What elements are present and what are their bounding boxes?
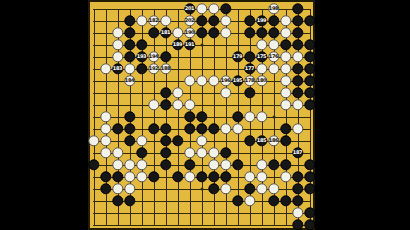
white-stone — [124, 63, 135, 74]
black-stone — [208, 171, 219, 182]
white-stone — [196, 135, 207, 146]
white-stone — [256, 159, 267, 170]
black-stone — [196, 111, 207, 122]
white-stone — [280, 171, 291, 182]
white-stone — [280, 75, 291, 86]
white-stone — [292, 99, 303, 110]
white-stone — [88, 135, 99, 146]
black-stone — [244, 87, 255, 98]
white-stone: 202 — [184, 15, 195, 26]
black-stone — [280, 159, 291, 170]
black-stone — [268, 195, 279, 206]
black-stone — [304, 219, 315, 230]
white-stone — [196, 75, 207, 86]
black-stone — [208, 123, 219, 134]
move-number-label: 183 — [113, 66, 122, 71]
white-stone — [220, 15, 231, 26]
move-number-label: 184 — [125, 78, 134, 83]
white-stone — [256, 63, 267, 74]
black-stone — [304, 15, 315, 26]
black-stone — [280, 135, 291, 146]
white-stone — [184, 75, 195, 86]
white-stone — [184, 99, 195, 110]
grid-line-horizontal — [93, 213, 310, 214]
white-stone — [220, 27, 231, 38]
grid-line-horizontal — [93, 105, 310, 106]
move-number-label: 180 — [257, 78, 266, 83]
white-stone — [184, 171, 195, 182]
black-stone — [304, 159, 315, 170]
move-number-label: 188 — [161, 66, 170, 71]
white-stone — [280, 27, 291, 38]
white-stone — [220, 183, 231, 194]
white-stone — [208, 159, 219, 170]
white-stone — [112, 39, 123, 50]
white-stone — [220, 123, 231, 134]
black-stone — [292, 183, 303, 194]
white-stone — [232, 123, 243, 134]
black-stone — [196, 27, 207, 38]
black-stone — [88, 159, 99, 170]
black-stone: 189 — [172, 39, 183, 50]
white-stone — [196, 147, 207, 158]
black-stone — [268, 159, 279, 170]
white-stone — [220, 159, 231, 170]
white-stone — [124, 183, 135, 194]
black-stone — [124, 111, 135, 122]
white-stone — [100, 147, 111, 158]
hoshi-point — [200, 44, 203, 47]
white-stone — [208, 3, 219, 14]
black-stone — [148, 171, 159, 182]
grid-line-horizontal — [93, 93, 310, 94]
black-stone: 201 — [184, 3, 195, 14]
black-stone — [220, 171, 231, 182]
white-stone — [112, 51, 123, 62]
move-number-label: 196 — [221, 78, 230, 83]
move-number-label: 195 — [233, 78, 242, 83]
white-stone — [280, 15, 291, 26]
white-stone — [268, 39, 279, 50]
move-number-label: 181 — [161, 30, 170, 35]
white-stone — [124, 159, 135, 170]
white-stone — [280, 51, 291, 62]
black-stone — [112, 195, 123, 206]
black-stone — [304, 87, 315, 98]
black-stone — [244, 15, 255, 26]
black-stone — [160, 123, 171, 134]
white-stone: 196 — [220, 75, 231, 86]
white-stone — [172, 99, 183, 110]
white-stone — [172, 27, 183, 38]
black-stone — [160, 147, 171, 158]
black-stone — [196, 123, 207, 134]
black-stone: 181 — [160, 27, 171, 38]
black-stone — [208, 183, 219, 194]
white-stone — [124, 171, 135, 182]
white-stone: 192 — [148, 63, 159, 74]
white-stone — [196, 3, 207, 14]
black-stone — [148, 123, 159, 134]
grid-line-horizontal — [93, 225, 310, 226]
move-number-label: 186 — [269, 138, 278, 143]
black-stone — [100, 171, 111, 182]
black-stone — [292, 15, 303, 26]
white-stone — [244, 195, 255, 206]
white-stone — [208, 147, 219, 158]
white-stone: 186 — [268, 135, 279, 146]
white-stone: 194 — [148, 51, 159, 62]
black-stone: 177 — [244, 63, 255, 74]
black-stone — [304, 39, 315, 50]
hoshi-point — [200, 188, 203, 191]
white-stone — [256, 111, 267, 122]
black-stone — [304, 63, 315, 74]
black-stone — [136, 147, 147, 158]
black-stone — [184, 123, 195, 134]
move-number-label: 177 — [245, 66, 254, 71]
black-stone: 195 — [232, 75, 243, 86]
black-stone — [268, 15, 279, 26]
black-stone — [244, 183, 255, 194]
black-stone — [244, 51, 255, 62]
black-stone — [184, 159, 195, 170]
black-stone — [100, 183, 111, 194]
black-stone — [292, 63, 303, 74]
black-stone — [160, 87, 171, 98]
black-stone — [112, 171, 123, 182]
white-stone: 180 — [256, 75, 267, 86]
black-stone — [292, 195, 303, 206]
black-stone: 183 — [112, 63, 123, 74]
white-stone — [280, 63, 291, 74]
black-stone — [304, 51, 315, 62]
white-stone — [112, 159, 123, 170]
white-stone: 190 — [184, 27, 195, 38]
black-stone: 187 — [292, 147, 303, 158]
black-stone — [304, 171, 315, 182]
white-stone: 178 — [244, 75, 255, 86]
white-stone: 182 — [148, 15, 159, 26]
black-stone — [304, 183, 315, 194]
black-stone — [196, 15, 207, 26]
move-number-label: 190 — [185, 30, 194, 35]
move-number-label: 175 — [257, 54, 266, 59]
black-stone — [172, 171, 183, 182]
black-stone — [124, 39, 135, 50]
move-number-label: 185 — [257, 138, 266, 143]
black-stone — [124, 15, 135, 26]
white-stone — [100, 135, 111, 146]
black-stone: 193 — [136, 51, 147, 62]
black-stone — [292, 39, 303, 50]
white-stone — [136, 171, 147, 182]
black-stone — [292, 171, 303, 182]
black-stone — [292, 3, 303, 14]
white-stone — [280, 99, 291, 110]
black-stone — [124, 27, 135, 38]
black-stone: 175 — [256, 51, 267, 62]
black-stone — [208, 15, 219, 26]
white-stone — [136, 15, 147, 26]
black-stone — [220, 147, 231, 158]
move-number-label: 179 — [233, 54, 242, 59]
black-stone — [148, 27, 159, 38]
white-stone — [268, 183, 279, 194]
move-number-label: 187 — [293, 150, 302, 155]
black-stone — [112, 123, 123, 134]
move-number-label: 193 — [137, 54, 146, 59]
black-stone — [124, 51, 135, 62]
move-number-label: 201 — [185, 6, 194, 11]
white-stone — [100, 111, 111, 122]
move-number-label: 194 — [149, 54, 158, 59]
black-stone — [256, 27, 267, 38]
white-stone — [220, 87, 231, 98]
black-stone — [196, 171, 207, 182]
white-stone — [112, 27, 123, 38]
black-stone: 179 — [232, 51, 243, 62]
black-stone — [172, 135, 183, 146]
black-stone — [304, 207, 315, 218]
black-stone — [244, 135, 255, 146]
screenshot-stage: 2011981822021991811901891911931941791751… — [0, 0, 410, 230]
black-stone — [124, 195, 135, 206]
black-stone — [292, 87, 303, 98]
white-stone — [100, 123, 111, 134]
white-stone — [256, 39, 267, 50]
white-stone: 184 — [124, 75, 135, 86]
black-stone — [160, 135, 171, 146]
black-stone — [280, 195, 291, 206]
white-stone — [160, 15, 171, 26]
black-stone — [184, 111, 195, 122]
black-stone — [304, 99, 315, 110]
move-number-label: 199 — [257, 18, 266, 23]
black-stone — [208, 27, 219, 38]
black-stone — [280, 39, 291, 50]
black-stone: 185 — [256, 135, 267, 146]
white-stone — [256, 183, 267, 194]
white-stone — [292, 51, 303, 62]
black-stone — [136, 39, 147, 50]
white-stone: 198 — [268, 3, 279, 14]
white-stone: 188 — [160, 63, 171, 74]
go-board[interactable]: 2011981822021991811901891911931941791751… — [88, 0, 315, 230]
white-stone — [112, 147, 123, 158]
white-stone — [280, 87, 291, 98]
white-stone — [136, 135, 147, 146]
black-stone — [304, 75, 315, 86]
black-stone: 191 — [184, 39, 195, 50]
black-stone — [136, 63, 147, 74]
move-number-label: 178 — [245, 78, 254, 83]
white-stone — [292, 123, 303, 134]
hoshi-point — [272, 116, 275, 119]
black-stone — [220, 3, 231, 14]
white-stone — [208, 75, 219, 86]
black-stone — [292, 27, 303, 38]
white-stone — [268, 63, 279, 74]
move-number-label: 191 — [185, 42, 194, 47]
white-stone — [244, 111, 255, 122]
move-number-label: 182 — [149, 18, 158, 23]
white-stone — [100, 63, 111, 74]
white-stone — [148, 99, 159, 110]
move-number-label: 176 — [269, 54, 278, 59]
white-stone — [292, 207, 303, 218]
black-stone — [244, 27, 255, 38]
black-stone — [160, 99, 171, 110]
black-stone — [292, 75, 303, 86]
black-stone — [232, 111, 243, 122]
black-stone — [160, 51, 171, 62]
black-stone: 199 — [256, 15, 267, 26]
black-stone — [280, 123, 291, 134]
white-stone: 176 — [268, 51, 279, 62]
move-number-label: 202 — [185, 18, 194, 23]
move-number-label: 189 — [173, 42, 182, 47]
white-stone — [112, 183, 123, 194]
white-stone — [256, 171, 267, 182]
white-stone — [184, 147, 195, 158]
move-number-label: 198 — [269, 6, 278, 11]
black-stone — [124, 123, 135, 134]
black-stone — [124, 135, 135, 146]
black-stone — [268, 27, 279, 38]
black-stone — [292, 219, 303, 230]
black-stone — [232, 195, 243, 206]
move-number-label: 192 — [149, 66, 158, 71]
black-stone — [160, 159, 171, 170]
black-stone — [232, 159, 243, 170]
white-stone — [244, 171, 255, 182]
white-stone — [136, 159, 147, 170]
white-stone — [172, 87, 183, 98]
